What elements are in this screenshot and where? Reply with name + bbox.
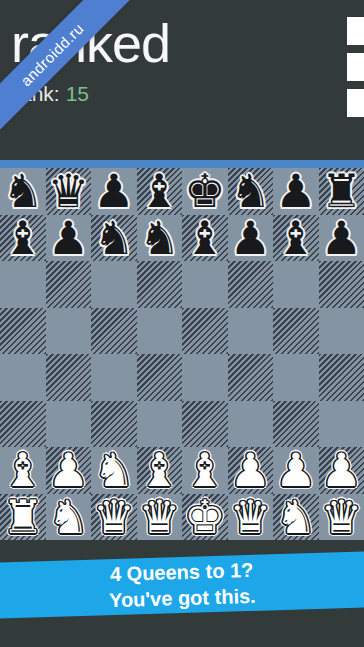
square-h1[interactable]: ♛ bbox=[319, 494, 364, 541]
black-bishop[interactable]: ♝ bbox=[273, 215, 319, 262]
square-e3[interactable] bbox=[182, 401, 228, 448]
black-knight[interactable]: ♞ bbox=[0, 168, 46, 215]
black-king[interactable]: ♚ bbox=[182, 168, 228, 215]
square-d4[interactable] bbox=[137, 354, 183, 401]
square-h2[interactable]: ♟ bbox=[319, 447, 364, 494]
square-b6[interactable] bbox=[46, 261, 92, 308]
square-a5[interactable] bbox=[0, 308, 46, 355]
square-b7[interactable]: ♟ bbox=[46, 215, 92, 262]
white-pawn[interactable]: ♟ bbox=[46, 447, 92, 494]
menu-bar-middle bbox=[347, 53, 364, 81]
hamburger-menu-icon[interactable] bbox=[347, 17, 364, 117]
white-queen[interactable]: ♛ bbox=[228, 494, 274, 541]
square-d8[interactable]: ♝ bbox=[137, 168, 183, 215]
chess-board: ♞♛♟♝♚♞♟♜♝♟♞♞♝♟♝♟♝♟♞♝♝♟♟♟♜♞♛♛♚♛♞♛ bbox=[0, 168, 364, 540]
square-h3[interactable] bbox=[319, 401, 364, 448]
white-bishop[interactable]: ♝ bbox=[182, 447, 228, 494]
square-b5[interactable] bbox=[46, 308, 92, 355]
menu-bar-top bbox=[347, 17, 364, 45]
square-d7[interactable]: ♞ bbox=[137, 215, 183, 262]
square-a7[interactable]: ♝ bbox=[0, 215, 46, 262]
square-g5[interactable] bbox=[273, 308, 319, 355]
square-d6[interactable] bbox=[137, 261, 183, 308]
square-h5[interactable] bbox=[319, 308, 364, 355]
hint-line-2: You've got this. bbox=[109, 583, 256, 613]
white-pawn[interactable]: ♟ bbox=[273, 447, 319, 494]
square-a8[interactable]: ♞ bbox=[0, 168, 46, 215]
square-a3[interactable] bbox=[0, 401, 46, 448]
white-pawn[interactable]: ♟ bbox=[228, 447, 274, 494]
square-c4[interactable] bbox=[91, 354, 137, 401]
square-g7[interactable]: ♝ bbox=[273, 215, 319, 262]
white-pawn[interactable]: ♟ bbox=[319, 447, 364, 494]
black-pawn[interactable]: ♟ bbox=[91, 168, 137, 215]
black-rook[interactable]: ♜ bbox=[319, 168, 364, 215]
white-bishop[interactable]: ♝ bbox=[0, 447, 46, 494]
black-pawn[interactable]: ♟ bbox=[228, 215, 274, 262]
watermark-text: androidd.ru bbox=[17, 20, 87, 90]
square-h6[interactable] bbox=[319, 261, 364, 308]
black-pawn[interactable]: ♟ bbox=[273, 168, 319, 215]
square-e4[interactable] bbox=[182, 354, 228, 401]
black-knight[interactable]: ♞ bbox=[228, 168, 274, 215]
square-c8[interactable]: ♟ bbox=[91, 168, 137, 215]
watermark-ribbon-band: androidd.ru bbox=[0, 0, 141, 144]
app-screen: androidd.ru ranked rank:15 ♞♛♟♝♚♞♟♜♝♟♞♞♝… bbox=[0, 0, 364, 647]
black-bishop[interactable]: ♝ bbox=[137, 168, 183, 215]
square-h8[interactable]: ♜ bbox=[319, 168, 364, 215]
black-pawn[interactable]: ♟ bbox=[46, 215, 92, 262]
square-e8[interactable]: ♚ bbox=[182, 168, 228, 215]
square-g6[interactable] bbox=[273, 261, 319, 308]
square-b3[interactable] bbox=[46, 401, 92, 448]
square-e7[interactable]: ♝ bbox=[182, 215, 228, 262]
square-b4[interactable] bbox=[46, 354, 92, 401]
square-g4[interactable] bbox=[273, 354, 319, 401]
square-c6[interactable] bbox=[91, 261, 137, 308]
square-f4[interactable] bbox=[228, 354, 274, 401]
square-e6[interactable] bbox=[182, 261, 228, 308]
square-c7[interactable]: ♞ bbox=[91, 215, 137, 262]
square-g1[interactable]: ♞ bbox=[273, 494, 319, 541]
white-knight[interactable]: ♞ bbox=[46, 494, 92, 541]
square-b8[interactable]: ♛ bbox=[46, 168, 92, 215]
white-knight[interactable]: ♞ bbox=[91, 447, 137, 494]
square-f5[interactable] bbox=[228, 308, 274, 355]
square-d1[interactable]: ♛ bbox=[137, 494, 183, 541]
square-f7[interactable]: ♟ bbox=[228, 215, 274, 262]
white-queen[interactable]: ♛ bbox=[137, 494, 183, 541]
black-knight[interactable]: ♞ bbox=[137, 215, 183, 262]
white-bishop[interactable]: ♝ bbox=[137, 447, 183, 494]
black-knight[interactable]: ♞ bbox=[91, 215, 137, 262]
menu-bar-bottom bbox=[347, 89, 364, 117]
square-e1[interactable]: ♚ bbox=[182, 494, 228, 541]
square-f6[interactable] bbox=[228, 261, 274, 308]
white-knight[interactable]: ♞ bbox=[273, 494, 319, 541]
square-a4[interactable] bbox=[0, 354, 46, 401]
square-d2[interactable]: ♝ bbox=[137, 447, 183, 494]
black-queen[interactable]: ♛ bbox=[46, 168, 92, 215]
square-b2[interactable]: ♟ bbox=[46, 447, 92, 494]
square-a6[interactable] bbox=[0, 261, 46, 308]
square-f8[interactable]: ♞ bbox=[228, 168, 274, 215]
square-a2[interactable]: ♝ bbox=[0, 447, 46, 494]
square-d3[interactable] bbox=[137, 401, 183, 448]
square-c5[interactable] bbox=[91, 308, 137, 355]
square-f2[interactable]: ♟ bbox=[228, 447, 274, 494]
white-rook[interactable]: ♜ bbox=[0, 494, 46, 541]
square-a1[interactable]: ♜ bbox=[0, 494, 46, 541]
black-bishop[interactable]: ♝ bbox=[182, 215, 228, 262]
square-c3[interactable] bbox=[91, 401, 137, 448]
square-e5[interactable] bbox=[182, 308, 228, 355]
white-king[interactable]: ♚ bbox=[182, 494, 228, 541]
square-d5[interactable] bbox=[137, 308, 183, 355]
square-f1[interactable]: ♛ bbox=[228, 494, 274, 541]
white-queen[interactable]: ♛ bbox=[91, 494, 137, 541]
square-c2[interactable]: ♞ bbox=[91, 447, 137, 494]
square-g3[interactable] bbox=[273, 401, 319, 448]
black-bishop[interactable]: ♝ bbox=[0, 215, 46, 262]
square-b1[interactable]: ♞ bbox=[46, 494, 92, 541]
square-g2[interactable]: ♟ bbox=[273, 447, 319, 494]
hint-banner: 4 Queens to 1? You've got this. bbox=[0, 551, 364, 618]
square-h7[interactable]: ♟ bbox=[319, 215, 364, 262]
watermark-ribbon: androidd.ru bbox=[0, 0, 150, 150]
square-g8[interactable]: ♟ bbox=[273, 168, 319, 215]
white-queen[interactable]: ♛ bbox=[319, 494, 364, 541]
black-pawn[interactable]: ♟ bbox=[319, 215, 364, 262]
square-f3[interactable] bbox=[228, 401, 274, 448]
square-c1[interactable]: ♛ bbox=[91, 494, 137, 541]
square-h4[interactable] bbox=[319, 354, 364, 401]
square-e2[interactable]: ♝ bbox=[182, 447, 228, 494]
